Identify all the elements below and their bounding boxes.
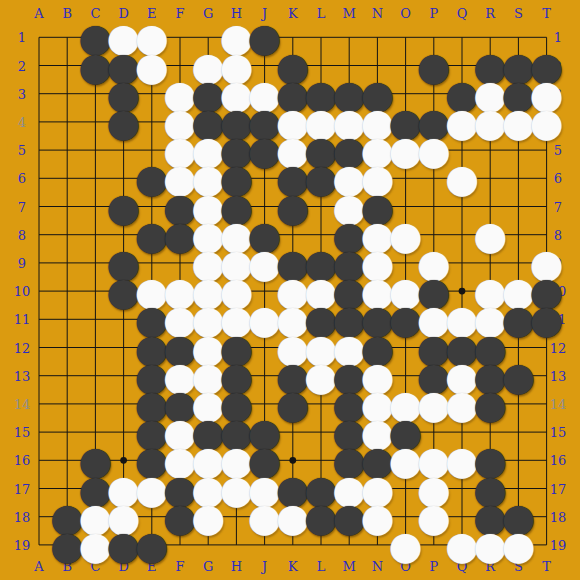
intersection-q7[interactable] (448, 192, 477, 221)
intersection-n9[interactable]: ● (363, 248, 392, 277)
intersection-h12[interactable]: ● (222, 333, 251, 362)
intersection-f7[interactable]: ● (166, 192, 195, 221)
intersection-m18[interactable]: ● (335, 502, 364, 531)
intersection-e5[interactable] (137, 136, 166, 165)
intersection-j10[interactable] (250, 277, 279, 306)
intersection-c14[interactable] (81, 389, 110, 418)
intersection-t12[interactable] (532, 333, 561, 362)
intersection-o19[interactable]: ● (391, 530, 420, 559)
intersection-r17[interactable]: ● (476, 474, 505, 503)
intersection-b7[interactable] (53, 192, 82, 221)
intersection-t15[interactable] (532, 418, 561, 447)
intersection-l6[interactable]: ● (307, 164, 336, 193)
intersection-c10[interactable] (81, 277, 110, 306)
intersection-j14[interactable] (250, 389, 279, 418)
intersection-f13[interactable]: ● (166, 361, 195, 390)
intersection-t16[interactable] (532, 446, 561, 475)
intersection-j1[interactable]: ● (250, 23, 279, 52)
intersection-j5[interactable]: ● (250, 136, 279, 165)
intersection-g19[interactable] (194, 530, 223, 559)
intersection-t5[interactable] (532, 136, 561, 165)
intersection-l4[interactable]: ● (307, 107, 336, 136)
intersection-m11[interactable]: ● (335, 305, 364, 334)
intersection-h19[interactable] (222, 530, 251, 559)
intersection-n12[interactable]: ● (363, 333, 392, 362)
intersection-n7[interactable]: ● (363, 192, 392, 221)
intersection-h14[interactable]: ● (222, 389, 251, 418)
intersection-j6[interactable] (250, 164, 279, 193)
intersection-a17[interactable] (25, 474, 54, 503)
intersection-l9[interactable]: ● (307, 248, 336, 277)
intersection-d14[interactable] (109, 389, 138, 418)
intersection-j13[interactable] (250, 361, 279, 390)
intersection-r13[interactable]: ● (476, 361, 505, 390)
intersection-o5[interactable]: ● (391, 136, 420, 165)
intersection-k7[interactable]: ● (278, 192, 307, 221)
intersection-l17[interactable]: ● (307, 474, 336, 503)
intersection-d18[interactable]: ● (109, 502, 138, 531)
intersection-e7[interactable] (137, 192, 166, 221)
intersection-q4[interactable]: ● (448, 107, 477, 136)
intersection-a19[interactable] (25, 530, 54, 559)
intersection-b11[interactable] (53, 305, 82, 334)
intersection-k3[interactable]: ● (278, 79, 307, 108)
intersection-j17[interactable]: ● (250, 474, 279, 503)
intersection-c17[interactable]: ● (81, 474, 110, 503)
intersection-n14[interactable]: ● (363, 389, 392, 418)
intersection-d7[interactable]: ● (109, 192, 138, 221)
intersection-k13[interactable]: ● (278, 361, 307, 390)
intersection-n10[interactable]: ● (363, 277, 392, 306)
intersection-p9[interactable]: ● (419, 248, 448, 277)
intersection-a4[interactable] (25, 107, 54, 136)
intersection-p19[interactable] (419, 530, 448, 559)
intersection-r10[interactable]: ● (476, 277, 505, 306)
intersection-n17[interactable]: ● (363, 474, 392, 503)
intersection-q17[interactable] (448, 474, 477, 503)
intersection-c7[interactable] (81, 192, 110, 221)
intersection-e12[interactable]: ● (137, 333, 166, 362)
intersection-n6[interactable]: ● (363, 164, 392, 193)
intersection-b13[interactable] (53, 361, 82, 390)
intersection-d6[interactable] (109, 164, 138, 193)
intersection-n15[interactable]: ● (363, 418, 392, 447)
intersection-r18[interactable]: ● (476, 502, 505, 531)
intersection-s1[interactable] (504, 23, 533, 52)
intersection-f4[interactable]: ● (166, 107, 195, 136)
intersection-l5[interactable]: ● (307, 136, 336, 165)
intersection-o10[interactable]: ● (391, 277, 420, 306)
intersection-t3[interactable]: ● (532, 79, 561, 108)
intersection-q14[interactable]: ● (448, 389, 477, 418)
intersection-h9[interactable]: ● (222, 248, 251, 277)
intersection-l8[interactable] (307, 220, 336, 249)
intersection-f18[interactable]: ● (166, 502, 195, 531)
intersection-g7[interactable]: ● (194, 192, 223, 221)
intersection-g3[interactable]: ● (194, 79, 223, 108)
intersection-b14[interactable] (53, 389, 82, 418)
intersection-n19[interactable] (363, 530, 392, 559)
intersection-r11[interactable]: ● (476, 305, 505, 334)
intersection-j19[interactable] (250, 530, 279, 559)
intersection-r4[interactable]: ● (476, 107, 505, 136)
intersection-a6[interactable] (25, 164, 54, 193)
intersection-b4[interactable] (53, 107, 82, 136)
intersection-o14[interactable]: ● (391, 389, 420, 418)
intersection-l16[interactable] (307, 446, 336, 475)
intersection-l7[interactable] (307, 192, 336, 221)
intersection-g10[interactable]: ● (194, 277, 223, 306)
intersection-l3[interactable]: ● (307, 79, 336, 108)
intersection-h5[interactable]: ● (222, 136, 251, 165)
intersection-r3[interactable]: ● (476, 79, 505, 108)
intersection-r5[interactable] (476, 136, 505, 165)
intersection-d15[interactable] (109, 418, 138, 447)
intersection-r7[interactable] (476, 192, 505, 221)
intersection-o9[interactable] (391, 248, 420, 277)
intersection-q19[interactable]: ● (448, 530, 477, 559)
intersection-c13[interactable] (81, 361, 110, 390)
intersection-o18[interactable] (391, 502, 420, 531)
intersection-c6[interactable] (81, 164, 110, 193)
intersection-c12[interactable] (81, 333, 110, 362)
intersection-e16[interactable]: ● (137, 446, 166, 475)
intersection-t18[interactable] (532, 502, 561, 531)
intersection-f6[interactable]: ● (166, 164, 195, 193)
intersection-p17[interactable]: ● (419, 474, 448, 503)
intersection-m8[interactable]: ● (335, 220, 364, 249)
intersection-d8[interactable] (109, 220, 138, 249)
intersection-t7[interactable] (532, 192, 561, 221)
intersection-s18[interactable]: ● (504, 502, 533, 531)
intersection-h11[interactable]: ● (222, 305, 251, 334)
intersection-b18[interactable]: ● (53, 502, 82, 531)
intersection-b5[interactable] (53, 136, 82, 165)
intersection-l15[interactable] (307, 418, 336, 447)
intersection-o12[interactable] (391, 333, 420, 362)
intersection-s3[interactable]: ● (504, 79, 533, 108)
intersection-a5[interactable] (25, 136, 54, 165)
intersection-h1[interactable]: ● (222, 23, 251, 52)
intersection-c1[interactable]: ● (81, 23, 110, 52)
intersection-g5[interactable]: ● (194, 136, 223, 165)
intersection-k19[interactable] (278, 530, 307, 559)
intersection-c8[interactable] (81, 220, 110, 249)
intersection-g2[interactable]: ● (194, 51, 223, 80)
intersection-a3[interactable] (25, 79, 54, 108)
intersection-q15[interactable] (448, 418, 477, 447)
intersection-k1[interactable] (278, 23, 307, 52)
intersection-l19[interactable] (307, 530, 336, 559)
intersection-d10[interactable]: ● (109, 277, 138, 306)
intersection-c15[interactable] (81, 418, 110, 447)
intersection-c16[interactable]: ● (81, 446, 110, 475)
intersection-k6[interactable]: ● (278, 164, 307, 193)
intersection-m17[interactable]: ● (335, 474, 364, 503)
intersection-d2[interactable]: ● (109, 51, 138, 80)
intersection-r19[interactable]: ● (476, 530, 505, 559)
intersection-j12[interactable] (250, 333, 279, 362)
intersection-a8[interactable] (25, 220, 54, 249)
intersection-r8[interactable]: ● (476, 220, 505, 249)
intersection-o8[interactable]: ● (391, 220, 420, 249)
intersection-o15[interactable]: ● (391, 418, 420, 447)
intersection-s13[interactable]: ● (504, 361, 533, 390)
intersection-q6[interactable]: ● (448, 164, 477, 193)
intersection-d16[interactable] (109, 446, 138, 475)
intersection-e18[interactable] (137, 502, 166, 531)
intersection-l12[interactable]: ● (307, 333, 336, 362)
intersection-h4[interactable]: ● (222, 107, 251, 136)
intersection-o4[interactable]: ● (391, 107, 420, 136)
intersection-m1[interactable] (335, 23, 364, 52)
intersection-k4[interactable]: ● (278, 107, 307, 136)
intersection-g11[interactable]: ● (194, 305, 223, 334)
intersection-m3[interactable]: ● (335, 79, 364, 108)
intersection-s6[interactable] (504, 164, 533, 193)
intersection-r9[interactable] (476, 248, 505, 277)
intersection-l2[interactable] (307, 51, 336, 80)
intersection-p15[interactable] (419, 418, 448, 447)
intersection-n4[interactable]: ● (363, 107, 392, 136)
intersection-q8[interactable] (448, 220, 477, 249)
intersection-m15[interactable]: ● (335, 418, 364, 447)
intersection-o6[interactable] (391, 164, 420, 193)
intersection-d5[interactable] (109, 136, 138, 165)
intersection-a13[interactable] (25, 361, 54, 390)
intersection-e2[interactable]: ● (137, 51, 166, 80)
intersection-k14[interactable]: ● (278, 389, 307, 418)
intersection-b9[interactable] (53, 248, 82, 277)
intersection-b16[interactable] (53, 446, 82, 475)
intersection-m16[interactable]: ● (335, 446, 364, 475)
intersection-a11[interactable] (25, 305, 54, 334)
intersection-f10[interactable]: ● (166, 277, 195, 306)
intersection-f14[interactable]: ● (166, 389, 195, 418)
intersection-n3[interactable]: ● (363, 79, 392, 108)
intersection-h7[interactable]: ● (222, 192, 251, 221)
intersection-k18[interactable]: ● (278, 502, 307, 531)
intersection-k2[interactable]: ● (278, 51, 307, 80)
intersection-h2[interactable]: ● (222, 51, 251, 80)
intersection-e9[interactable] (137, 248, 166, 277)
intersection-b2[interactable] (53, 51, 82, 80)
intersection-l10[interactable]: ● (307, 277, 336, 306)
intersection-f19[interactable] (166, 530, 195, 559)
intersection-f2[interactable] (166, 51, 195, 80)
intersection-n1[interactable] (363, 23, 392, 52)
intersection-p14[interactable]: ● (419, 389, 448, 418)
intersection-p7[interactable] (419, 192, 448, 221)
intersection-n11[interactable]: ● (363, 305, 392, 334)
intersection-r15[interactable] (476, 418, 505, 447)
intersection-p1[interactable] (419, 23, 448, 52)
intersection-n13[interactable]: ● (363, 361, 392, 390)
intersection-j7[interactable] (250, 192, 279, 221)
intersection-h10[interactable]: ● (222, 277, 251, 306)
intersection-m4[interactable]: ● (335, 107, 364, 136)
intersection-f9[interactable] (166, 248, 195, 277)
intersection-s9[interactable] (504, 248, 533, 277)
intersection-g8[interactable]: ● (194, 220, 223, 249)
intersection-f16[interactable]: ● (166, 446, 195, 475)
intersection-k10[interactable]: ● (278, 277, 307, 306)
intersection-p6[interactable] (419, 164, 448, 193)
intersection-r16[interactable]: ● (476, 446, 505, 475)
intersection-s5[interactable] (504, 136, 533, 165)
intersection-t8[interactable] (532, 220, 561, 249)
intersection-g15[interactable]: ● (194, 418, 223, 447)
intersection-b10[interactable] (53, 277, 82, 306)
intersection-t11[interactable]: ● (532, 305, 561, 334)
intersection-a7[interactable] (25, 192, 54, 221)
intersection-f5[interactable]: ● (166, 136, 195, 165)
intersection-p16[interactable]: ● (419, 446, 448, 475)
intersection-f11[interactable]: ● (166, 305, 195, 334)
intersection-f8[interactable]: ● (166, 220, 195, 249)
intersection-l11[interactable]: ● (307, 305, 336, 334)
intersection-m7[interactable]: ● (335, 192, 364, 221)
intersection-h16[interactable]: ● (222, 446, 251, 475)
intersection-c9[interactable] (81, 248, 110, 277)
intersection-a1[interactable] (25, 23, 54, 52)
intersection-d17[interactable]: ● (109, 474, 138, 503)
intersection-b15[interactable] (53, 418, 82, 447)
intersection-k11[interactable]: ● (278, 305, 307, 334)
intersection-t13[interactable] (532, 361, 561, 390)
intersection-p5[interactable]: ● (419, 136, 448, 165)
intersection-e19[interactable]: ● (137, 530, 166, 559)
intersection-n16[interactable]: ● (363, 446, 392, 475)
intersection-l13[interactable]: ● (307, 361, 336, 390)
intersection-t17[interactable] (532, 474, 561, 503)
intersection-e17[interactable]: ● (137, 474, 166, 503)
intersection-r1[interactable] (476, 23, 505, 52)
intersection-b19[interactable]: ● (53, 530, 82, 559)
intersection-t4[interactable]: ● (532, 107, 561, 136)
intersection-e4[interactable] (137, 107, 166, 136)
intersection-t6[interactable] (532, 164, 561, 193)
intersection-b1[interactable] (53, 23, 82, 52)
intersection-s8[interactable] (504, 220, 533, 249)
intersection-e13[interactable]: ● (137, 361, 166, 390)
intersection-b17[interactable] (53, 474, 82, 503)
intersection-s10[interactable]: ● (504, 277, 533, 306)
intersection-d4[interactable]: ● (109, 107, 138, 136)
intersection-h6[interactable]: ● (222, 164, 251, 193)
intersection-m2[interactable] (335, 51, 364, 80)
intersection-q3[interactable]: ● (448, 79, 477, 108)
intersection-o1[interactable] (391, 23, 420, 52)
intersection-j2[interactable] (250, 51, 279, 80)
intersection-b8[interactable] (53, 220, 82, 249)
intersection-m14[interactable]: ● (335, 389, 364, 418)
intersection-k17[interactable]: ● (278, 474, 307, 503)
intersection-a12[interactable] (25, 333, 54, 362)
intersection-r6[interactable] (476, 164, 505, 193)
intersection-r14[interactable]: ● (476, 389, 505, 418)
intersection-m12[interactable]: ● (335, 333, 364, 362)
intersection-k5[interactable]: ● (278, 136, 307, 165)
intersection-q13[interactable]: ● (448, 361, 477, 390)
intersection-n2[interactable] (363, 51, 392, 80)
intersection-c18[interactable]: ● (81, 502, 110, 531)
intersection-q5[interactable] (448, 136, 477, 165)
intersection-o2[interactable] (391, 51, 420, 80)
intersection-g16[interactable]: ● (194, 446, 223, 475)
intersection-a16[interactable] (25, 446, 54, 475)
intersection-l18[interactable]: ● (307, 502, 336, 531)
intersection-o11[interactable]: ● (391, 305, 420, 334)
intersection-j3[interactable]: ● (250, 79, 279, 108)
intersection-p10[interactable]: ● (419, 277, 448, 306)
intersection-m5[interactable]: ● (335, 136, 364, 165)
intersection-f17[interactable]: ● (166, 474, 195, 503)
intersection-k12[interactable]: ● (278, 333, 307, 362)
intersection-t2[interactable]: ● (532, 51, 561, 80)
intersection-j18[interactable]: ● (250, 502, 279, 531)
intersection-j11[interactable]: ● (250, 305, 279, 334)
intersection-b3[interactable] (53, 79, 82, 108)
intersection-e8[interactable]: ● (137, 220, 166, 249)
intersection-j15[interactable]: ● (250, 418, 279, 447)
intersection-h13[interactable]: ● (222, 361, 251, 390)
intersection-j9[interactable]: ● (250, 248, 279, 277)
intersection-q9[interactable] (448, 248, 477, 277)
intersection-c5[interactable] (81, 136, 110, 165)
intersection-f3[interactable]: ● (166, 79, 195, 108)
intersection-a18[interactable] (25, 502, 54, 531)
intersection-c2[interactable]: ● (81, 51, 110, 80)
intersection-a15[interactable] (25, 418, 54, 447)
intersection-s16[interactable] (504, 446, 533, 475)
intersection-d1[interactable]: ● (109, 23, 138, 52)
intersection-q1[interactable] (448, 23, 477, 52)
intersection-j16[interactable]: ● (250, 446, 279, 475)
intersection-e3[interactable] (137, 79, 166, 108)
intersection-k8[interactable] (278, 220, 307, 249)
intersection-p18[interactable]: ● (419, 502, 448, 531)
intersection-p3[interactable] (419, 79, 448, 108)
intersection-e1[interactable]: ● (137, 23, 166, 52)
intersection-e14[interactable]: ● (137, 389, 166, 418)
intersection-s4[interactable]: ● (504, 107, 533, 136)
intersection-o17[interactable] (391, 474, 420, 503)
intersection-g1[interactable] (194, 23, 223, 52)
intersection-c19[interactable]: ● (81, 530, 110, 559)
intersection-a14[interactable] (25, 389, 54, 418)
intersection-g18[interactable]: ● (194, 502, 223, 531)
intersection-h18[interactable] (222, 502, 251, 531)
intersection-d19[interactable]: ● (109, 530, 138, 559)
intersection-g13[interactable]: ● (194, 361, 223, 390)
intersection-h8[interactable]: ● (222, 220, 251, 249)
intersection-p13[interactable]: ● (419, 361, 448, 390)
intersection-k9[interactable]: ● (278, 248, 307, 277)
intersection-f12[interactable]: ● (166, 333, 195, 362)
intersection-r2[interactable]: ● (476, 51, 505, 80)
intersection-n5[interactable]: ● (363, 136, 392, 165)
intersection-e6[interactable]: ● (137, 164, 166, 193)
intersection-p12[interactable]: ● (419, 333, 448, 362)
intersection-s12[interactable] (504, 333, 533, 362)
intersection-q12[interactable]: ● (448, 333, 477, 362)
intersection-g12[interactable]: ● (194, 333, 223, 362)
intersection-m9[interactable]: ● (335, 248, 364, 277)
intersection-a2[interactable] (25, 51, 54, 80)
intersection-g4[interactable]: ● (194, 107, 223, 136)
intersection-h17[interactable]: ● (222, 474, 251, 503)
